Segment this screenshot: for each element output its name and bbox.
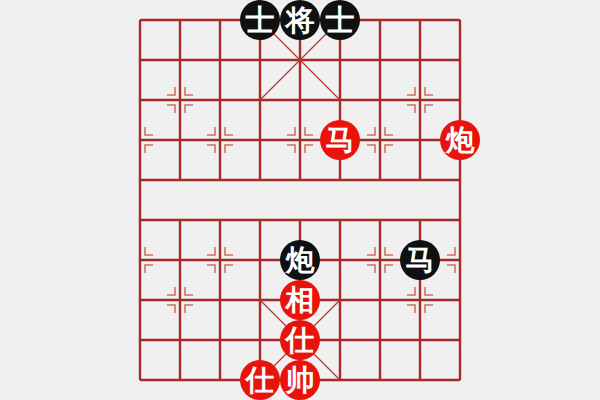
piece-black-advisor[interactable]: 士 (240, 0, 280, 40)
pieces-layer: 士将士马炮炮马相仕仕帅 (0, 0, 600, 400)
xiangqi-app: 士将士马炮炮马相仕仕帅 (0, 0, 600, 400)
piece-red-general[interactable]: 帅 (280, 360, 320, 400)
piece-black-horse[interactable]: 马 (400, 240, 440, 280)
piece-red-advisor[interactable]: 仕 (240, 360, 280, 400)
piece-black-cannon[interactable]: 炮 (280, 240, 320, 280)
piece-black-general[interactable]: 将 (280, 0, 320, 40)
piece-red-horse[interactable]: 马 (320, 120, 360, 160)
piece-red-advisor[interactable]: 仕 (280, 320, 320, 360)
piece-red-cannon[interactable]: 炮 (440, 120, 480, 160)
piece-red-elephant[interactable]: 相 (280, 280, 320, 320)
piece-black-advisor[interactable]: 士 (320, 0, 360, 40)
